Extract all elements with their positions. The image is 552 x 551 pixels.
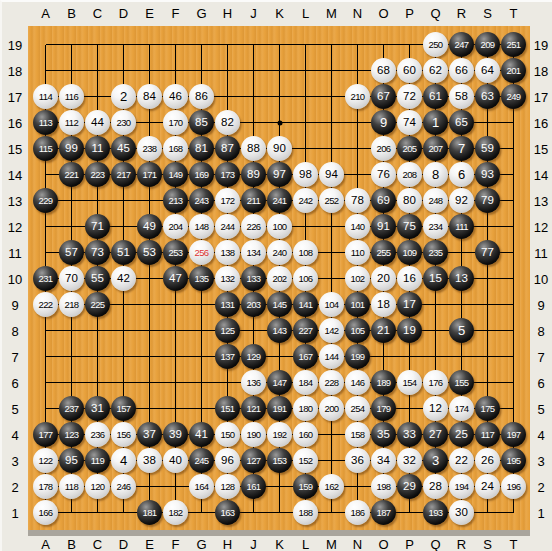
stone-F14[interactable]: 149: [163, 162, 188, 187]
move-number: 1: [423, 110, 448, 135]
stone-L1[interactable]: 188: [293, 500, 318, 525]
stone-J15[interactable]: 88: [241, 136, 266, 161]
stone-R2[interactable]: 194: [449, 474, 474, 499]
stone-B17[interactable]: 116: [59, 84, 84, 109]
stone-M7[interactable]: 144: [319, 344, 344, 369]
stone-M14[interactable]: 94: [319, 162, 344, 187]
stone-A1[interactable]: 166: [33, 500, 58, 525]
move-number: 109: [397, 240, 422, 265]
move-number: 129: [241, 344, 266, 369]
move-number: 45: [111, 136, 136, 161]
stone-B14[interactable]: 221: [59, 162, 84, 187]
move-number: 66: [449, 58, 474, 83]
stone-A3[interactable]: 122: [33, 448, 58, 473]
stone-Q4[interactable]: 27: [423, 422, 448, 447]
stone-N5[interactable]: 254: [345, 396, 370, 421]
stone-P9[interactable]: 17: [397, 292, 422, 317]
stone-R1[interactable]: 30: [449, 500, 474, 525]
move-number: 178: [33, 474, 58, 499]
stone-H3[interactable]: 96: [215, 448, 240, 473]
stone-K15[interactable]: 90: [267, 136, 292, 161]
stone-Q13[interactable]: 248: [423, 188, 448, 213]
stone-E1[interactable]: 181: [137, 500, 162, 525]
stone-G16[interactable]: 85: [189, 110, 214, 135]
move-number: 2: [111, 84, 136, 109]
move-number: 245: [189, 448, 214, 473]
stone-Q17[interactable]: 61: [423, 84, 448, 109]
stone-S18[interactable]: 64: [475, 58, 500, 83]
stone-M9[interactable]: 104: [319, 292, 344, 317]
stone-A16[interactable]: 113: [33, 110, 58, 135]
stone-S15[interactable]: 59: [475, 136, 500, 161]
move-number: 61: [423, 84, 448, 109]
stone-R14[interactable]: 6: [449, 162, 474, 187]
stone-C12[interactable]: 71: [85, 214, 110, 239]
stone-H9[interactable]: 131: [215, 292, 240, 317]
stone-L6[interactable]: 184: [293, 370, 318, 395]
stone-L3[interactable]: 152: [293, 448, 318, 473]
move-number: 86: [189, 84, 214, 109]
row-label-left-12: 12: [8, 219, 22, 234]
stone-O4[interactable]: 35: [371, 422, 396, 447]
stone-Q10[interactable]: 15: [423, 266, 448, 291]
move-number: 59: [475, 136, 500, 161]
stone-P17[interactable]: 72: [397, 84, 422, 109]
stone-F16[interactable]: 170: [163, 110, 188, 135]
move-number: 207: [423, 136, 448, 161]
stone-J11[interactable]: 134: [241, 240, 266, 265]
move-number: 189: [371, 370, 396, 395]
stone-K11[interactable]: 240: [267, 240, 292, 265]
stone-R10[interactable]: 13: [449, 266, 474, 291]
move-number: 231: [33, 266, 58, 291]
stone-F12[interactable]: 204: [163, 214, 188, 239]
stone-K10[interactable]: 202: [267, 266, 292, 291]
stone-E17[interactable]: 84: [137, 84, 162, 109]
stone-N1[interactable]: 186: [345, 500, 370, 525]
row-label-left-6: 6: [11, 375, 18, 390]
stone-D15[interactable]: 45: [111, 136, 136, 161]
go-board[interactable]: 2502472092516860626664201114116284468621…: [28, 26, 530, 530]
move-number: 162: [319, 474, 344, 499]
stone-O12[interactable]: 91: [371, 214, 396, 239]
stone-F3[interactable]: 40: [163, 448, 188, 473]
stone-B5[interactable]: 237: [59, 396, 84, 421]
stone-J6[interactable]: 136: [241, 370, 266, 395]
stone-S13[interactable]: 79: [475, 188, 500, 213]
stone-L2[interactable]: 159: [293, 474, 318, 499]
move-number: 204: [163, 214, 188, 239]
stone-R4[interactable]: 25: [449, 422, 474, 447]
move-number: 166: [33, 500, 58, 525]
stone-N12[interactable]: 140: [345, 214, 370, 239]
stone-N7[interactable]: 199: [345, 344, 370, 369]
stone-T19[interactable]: 251: [501, 32, 526, 57]
stone-P3[interactable]: 32: [397, 448, 422, 473]
move-number: 159: [293, 474, 318, 499]
stone-P16[interactable]: 74: [397, 110, 422, 135]
move-number: 176: [423, 370, 448, 395]
move-number: 203: [241, 292, 266, 317]
stone-H12[interactable]: 244: [215, 214, 240, 239]
stone-E15[interactable]: 238: [137, 136, 162, 161]
stone-O17[interactable]: 67: [371, 84, 396, 109]
stone-G4[interactable]: 41: [189, 422, 214, 447]
stone-T17[interactable]: 249: [501, 84, 526, 109]
stone-A2[interactable]: 178: [33, 474, 58, 499]
stone-Q2[interactable]: 28: [423, 474, 448, 499]
stone-T2[interactable]: 196: [501, 474, 526, 499]
stone-O13[interactable]: 69: [371, 188, 396, 213]
stone-P10[interactable]: 16: [397, 266, 422, 291]
stone-F11[interactable]: 253: [163, 240, 188, 265]
move-number: 82: [215, 110, 240, 135]
stone-Q19[interactable]: 250: [423, 32, 448, 57]
stone-L9[interactable]: 141: [293, 292, 318, 317]
stone-R5[interactable]: 174: [449, 396, 474, 421]
row-label-right-13: 13: [534, 193, 548, 208]
move-number: 98: [293, 162, 318, 187]
stone-K14[interactable]: 97: [267, 162, 292, 187]
stone-B2[interactable]: 118: [59, 474, 84, 499]
stone-O8[interactable]: 21: [371, 318, 396, 343]
stone-K13[interactable]: 241: [267, 188, 292, 213]
stone-O10[interactable]: 20: [371, 266, 396, 291]
stone-J14[interactable]: 89: [241, 162, 266, 187]
stone-C2[interactable]: 120: [85, 474, 110, 499]
stone-G13[interactable]: 243: [189, 188, 214, 213]
stone-J5[interactable]: 121: [241, 396, 266, 421]
stone-R12[interactable]: 111: [449, 214, 474, 239]
move-number: 36: [345, 448, 370, 473]
stone-C14[interactable]: 223: [85, 162, 110, 187]
stone-P15[interactable]: 205: [397, 136, 422, 161]
stone-N3[interactable]: 36: [345, 448, 370, 473]
stone-N9[interactable]: 101: [345, 292, 370, 317]
stone-P2[interactable]: 29: [397, 474, 422, 499]
move-number: 106: [293, 266, 318, 291]
stone-J10[interactable]: 133: [241, 266, 266, 291]
row-label-right-6: 6: [537, 375, 544, 390]
stone-O1[interactable]: 187: [371, 500, 396, 525]
stone-N13[interactable]: 78: [345, 188, 370, 213]
row-label-left-5: 5: [11, 401, 18, 416]
stone-P18[interactable]: 60: [397, 58, 422, 83]
stone-J3[interactable]: 127: [241, 448, 266, 473]
stone-R8[interactable]: 5: [449, 318, 474, 343]
stone-H10[interactable]: 132: [215, 266, 240, 291]
stone-L4[interactable]: 160: [293, 422, 318, 447]
stone-D10[interactable]: 42: [111, 266, 136, 291]
move-number: 100: [267, 214, 292, 239]
stone-C16[interactable]: 44: [85, 110, 110, 135]
move-number: 170: [163, 110, 188, 135]
stone-N4[interactable]: 158: [345, 422, 370, 447]
stone-D11[interactable]: 51: [111, 240, 136, 265]
stone-L11[interactable]: 108: [293, 240, 318, 265]
stone-R6[interactable]: 155: [449, 370, 474, 395]
stone-F17[interactable]: 46: [163, 84, 188, 109]
stone-J2[interactable]: 161: [241, 474, 266, 499]
stone-O15[interactable]: 206: [371, 136, 396, 161]
stone-G17[interactable]: 86: [189, 84, 214, 109]
stone-L13[interactable]: 242: [293, 188, 318, 213]
stone-B3[interactable]: 95: [59, 448, 84, 473]
move-number: 187: [371, 500, 396, 525]
stone-B16[interactable]: 112: [59, 110, 84, 135]
stone-O9[interactable]: 18: [371, 292, 396, 317]
stone-P12[interactable]: 75: [397, 214, 422, 239]
stone-H8[interactable]: 125: [215, 318, 240, 343]
stone-R19[interactable]: 247: [449, 32, 474, 57]
move-number: 173: [215, 162, 240, 187]
stone-R18[interactable]: 66: [449, 58, 474, 83]
stone-H1[interactable]: 163: [215, 500, 240, 525]
stone-A9[interactable]: 222: [33, 292, 58, 317]
stone-K4[interactable]: 192: [267, 422, 292, 447]
stone-G3[interactable]: 245: [189, 448, 214, 473]
stone-C3[interactable]: 119: [85, 448, 110, 473]
stone-Q14[interactable]: 8: [423, 162, 448, 187]
move-number: 147: [267, 370, 292, 395]
stone-H11[interactable]: 138: [215, 240, 240, 265]
move-number: 256: [189, 240, 214, 265]
stone-E14[interactable]: 171: [137, 162, 162, 187]
stone-E12[interactable]: 49: [137, 214, 162, 239]
row-label-right-17: 17: [534, 89, 548, 104]
stone-A10[interactable]: 231: [33, 266, 58, 291]
stone-G15[interactable]: 81: [189, 136, 214, 161]
stone-H5[interactable]: 151: [215, 396, 240, 421]
stone-D16[interactable]: 230: [111, 110, 136, 135]
stone-Q15[interactable]: 207: [423, 136, 448, 161]
move-number: 6: [449, 162, 474, 187]
stone-A15[interactable]: 115: [33, 136, 58, 161]
stone-Q1[interactable]: 193: [423, 500, 448, 525]
stone-M13[interactable]: 252: [319, 188, 344, 213]
stone-Q12[interactable]: 234: [423, 214, 448, 239]
stone-D17[interactable]: 2: [111, 84, 136, 109]
stone-Q16[interactable]: 1: [423, 110, 448, 135]
stone-L5[interactable]: 180: [293, 396, 318, 421]
stone-S11[interactable]: 77: [475, 240, 500, 265]
stone-F1[interactable]: 182: [163, 500, 188, 525]
stone-K9[interactable]: 145: [267, 292, 292, 317]
stone-A17[interactable]: 114: [33, 84, 58, 109]
stone-C4[interactable]: 236: [85, 422, 110, 447]
stone-R13[interactable]: 92: [449, 188, 474, 213]
stone-M8[interactable]: 142: [319, 318, 344, 343]
move-number: 46: [163, 84, 188, 109]
stone-R16[interactable]: 65: [449, 110, 474, 135]
move-number: 206: [371, 136, 396, 161]
move-number: 246: [111, 474, 136, 499]
stone-D3[interactable]: 4: [111, 448, 136, 473]
stone-O5[interactable]: 179: [371, 396, 396, 421]
stone-H15[interactable]: 87: [215, 136, 240, 161]
stone-J9[interactable]: 203: [241, 292, 266, 317]
move-number: 92: [449, 188, 474, 213]
stone-N8[interactable]: 105: [345, 318, 370, 343]
hoshi-point: [277, 120, 282, 125]
stone-C5[interactable]: 31: [85, 396, 110, 421]
stone-P13[interactable]: 80: [397, 188, 422, 213]
stone-B4[interactable]: 123: [59, 422, 84, 447]
move-number: 58: [449, 84, 474, 109]
stone-N6[interactable]: 146: [345, 370, 370, 395]
stone-S5[interactable]: 175: [475, 396, 500, 421]
stone-G11[interactable]: 256: [189, 240, 214, 265]
stone-D14[interactable]: 217: [111, 162, 136, 187]
stone-H4[interactable]: 150: [215, 422, 240, 447]
stone-C11[interactable]: 73: [85, 240, 110, 265]
stone-K12[interactable]: 100: [267, 214, 292, 239]
stone-T4[interactable]: 197: [501, 422, 526, 447]
stone-J13[interactable]: 211: [241, 188, 266, 213]
stone-K3[interactable]: 153: [267, 448, 292, 473]
stone-J12[interactable]: 226: [241, 214, 266, 239]
stone-S19[interactable]: 209: [475, 32, 500, 57]
stone-B10[interactable]: 70: [59, 266, 84, 291]
stone-E4[interactable]: 37: [137, 422, 162, 447]
stone-D2[interactable]: 246: [111, 474, 136, 499]
stone-G2[interactable]: 164: [189, 474, 214, 499]
move-number: 28: [423, 474, 448, 499]
stone-M5[interactable]: 200: [319, 396, 344, 421]
stone-Q6[interactable]: 176: [423, 370, 448, 395]
col-label-top-O: O: [378, 6, 388, 21]
stone-O11[interactable]: 255: [371, 240, 396, 265]
stone-O18[interactable]: 68: [371, 58, 396, 83]
stone-J7[interactable]: 129: [241, 344, 266, 369]
stone-F13[interactable]: 213: [163, 188, 188, 213]
stone-P6[interactable]: 154: [397, 370, 422, 395]
stone-B11[interactable]: 57: [59, 240, 84, 265]
row-label-left-2: 2: [11, 479, 18, 494]
col-label-top-R: R: [457, 6, 466, 21]
stone-S4[interactable]: 117: [475, 422, 500, 447]
stone-E3[interactable]: 38: [137, 448, 162, 473]
stone-J4[interactable]: 190: [241, 422, 266, 447]
stone-A13[interactable]: 229: [33, 188, 58, 213]
stone-N17[interactable]: 210: [345, 84, 370, 109]
stone-H13[interactable]: 172: [215, 188, 240, 213]
move-number: 190: [241, 422, 266, 447]
stone-P8[interactable]: 19: [397, 318, 422, 343]
stone-H2[interactable]: 128: [215, 474, 240, 499]
stone-G14[interactable]: 169: [189, 162, 214, 187]
stone-L7[interactable]: 167: [293, 344, 318, 369]
stone-K6[interactable]: 147: [267, 370, 292, 395]
stone-P14[interactable]: 208: [397, 162, 422, 187]
move-number: 168: [163, 136, 188, 161]
stone-H14[interactable]: 173: [215, 162, 240, 187]
stone-Q3[interactable]: 3: [423, 448, 448, 473]
stone-A4[interactable]: 177: [33, 422, 58, 447]
stone-M6[interactable]: 228: [319, 370, 344, 395]
stone-B15[interactable]: 99: [59, 136, 84, 161]
stone-R15[interactable]: 7: [449, 136, 474, 161]
stone-F10[interactable]: 47: [163, 266, 188, 291]
stone-S14[interactable]: 93: [475, 162, 500, 187]
stone-M2[interactable]: 162: [319, 474, 344, 499]
stone-R3[interactable]: 22: [449, 448, 474, 473]
stone-H16[interactable]: 82: [215, 110, 240, 135]
stone-O16[interactable]: 9: [371, 110, 396, 135]
move-number: 255: [371, 240, 396, 265]
stone-H7[interactable]: 137: [215, 344, 240, 369]
stone-C15[interactable]: 11: [85, 136, 110, 161]
stone-C9[interactable]: 225: [85, 292, 110, 317]
stone-K5[interactable]: 191: [267, 396, 292, 421]
stone-G12[interactable]: 148: [189, 214, 214, 239]
move-number: 252: [319, 188, 344, 213]
stone-T18[interactable]: 201: [501, 58, 526, 83]
stone-L14[interactable]: 98: [293, 162, 318, 187]
stone-L8[interactable]: 227: [293, 318, 318, 343]
move-number: 41: [189, 422, 214, 447]
move-number: 140: [345, 214, 370, 239]
stone-O6[interactable]: 189: [371, 370, 396, 395]
col-label-top-S: S: [483, 6, 492, 21]
move-number: 247: [449, 32, 474, 57]
stone-F15[interactable]: 168: [163, 136, 188, 161]
stone-Q5[interactable]: 12: [423, 396, 448, 421]
stone-R17[interactable]: 58: [449, 84, 474, 109]
stone-E11[interactable]: 53: [137, 240, 162, 265]
stone-F4[interactable]: 39: [163, 422, 188, 447]
move-number: 251: [501, 32, 526, 57]
stone-S17[interactable]: 63: [475, 84, 500, 109]
col-label-bottom-S: S: [483, 537, 492, 551]
stone-Q18[interactable]: 62: [423, 58, 448, 83]
move-number: 38: [137, 448, 162, 473]
stone-D4[interactable]: 156: [111, 422, 136, 447]
stone-T3[interactable]: 195: [501, 448, 526, 473]
stone-S2[interactable]: 24: [475, 474, 500, 499]
stone-B9[interactable]: 218: [59, 292, 84, 317]
stone-N10[interactable]: 102: [345, 266, 370, 291]
row-label-right-19: 19: [534, 37, 548, 52]
stone-K8[interactable]: 143: [267, 318, 292, 343]
stone-S3[interactable]: 26: [475, 448, 500, 473]
move-number: 19: [397, 318, 422, 343]
move-number: 27: [423, 422, 448, 447]
stone-O14[interactable]: 76: [371, 162, 396, 187]
stone-O2[interactable]: 198: [371, 474, 396, 499]
move-number: 226: [241, 214, 266, 239]
stone-N11[interactable]: 110: [345, 240, 370, 265]
col-label-bottom-M: M: [326, 537, 337, 551]
col-label-top-A: A: [41, 6, 50, 21]
stone-L10[interactable]: 106: [293, 266, 318, 291]
move-number: 158: [345, 422, 370, 447]
col-label-bottom-K: K: [275, 537, 284, 551]
move-number: 171: [137, 162, 162, 187]
col-label-bottom-A: A: [41, 537, 50, 551]
row-label-right-16: 16: [534, 115, 548, 130]
stone-D5[interactable]: 157: [111, 396, 136, 421]
stone-P11[interactable]: 109: [397, 240, 422, 265]
stone-O3[interactable]: 34: [371, 448, 396, 473]
move-number: 229: [33, 188, 58, 213]
stone-P4[interactable]: 33: [397, 422, 422, 447]
go-game-record-window: 2502472092516860626664201114116284468621…: [0, 0, 552, 551]
stone-G10[interactable]: 135: [189, 266, 214, 291]
move-number: 172: [215, 188, 240, 213]
stone-Q11[interactable]: 235: [423, 240, 448, 265]
stone-C10[interactable]: 55: [85, 266, 110, 291]
